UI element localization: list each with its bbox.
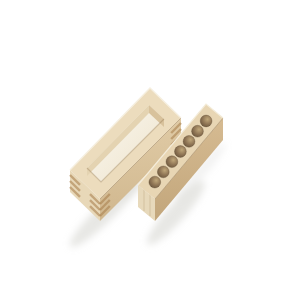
pit-hole-5 — [166, 156, 178, 168]
pit-hole-7 — [149, 176, 161, 188]
pit-hole-4 — [175, 146, 187, 158]
product-photo: Product photo on a plain white backgroun… — [0, 0, 300, 300]
pit-hole-3 — [183, 136, 195, 148]
pit-hole-6 — [157, 166, 169, 178]
wooden-mold-scene — [0, 0, 300, 300]
pit-hole-1 — [200, 115, 212, 127]
pit-hole-2 — [192, 125, 204, 137]
